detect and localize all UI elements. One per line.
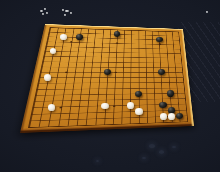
foreground-smudge bbox=[142, 157, 146, 160]
foreground-smudge bbox=[159, 150, 164, 154]
spare-white-stone bbox=[64, 14, 66, 16]
spare-white-stone bbox=[46, 12, 49, 14]
foreground-smudge bbox=[172, 146, 176, 149]
spare-white-stone bbox=[65, 10, 68, 13]
spare-white-stone bbox=[206, 11, 208, 13]
white-stone-N3 bbox=[135, 108, 142, 115]
hoshi-point bbox=[114, 71, 116, 73]
white-stone-C17 bbox=[60, 34, 66, 40]
black-stone-Q4 bbox=[159, 102, 166, 108]
hoshi-point bbox=[159, 43, 161, 44]
hoshi-point bbox=[65, 71, 68, 73]
foreground-smudge bbox=[96, 160, 99, 162]
white-stone-M4 bbox=[127, 102, 134, 108]
spare-white-stone bbox=[62, 9, 65, 11]
spare-white-stone bbox=[70, 12, 73, 14]
white-stone-B9 bbox=[44, 74, 51, 80]
white-stone-B14 bbox=[50, 48, 57, 54]
foreground-smudge bbox=[149, 144, 155, 148]
black-stone-J10 bbox=[104, 69, 111, 75]
hoshi-point bbox=[116, 42, 118, 43]
white-stone-C4 bbox=[48, 104, 55, 110]
spare-white-stone bbox=[42, 13, 44, 15]
go-scene bbox=[0, 0, 220, 172]
spare-white-stone bbox=[40, 10, 43, 12]
black-stone-R6 bbox=[167, 90, 174, 96]
black-stone-K18 bbox=[114, 31, 120, 37]
hoshi-point bbox=[112, 105, 115, 107]
hoshi-point bbox=[59, 106, 62, 108]
black-stone-Q17 bbox=[156, 37, 162, 43]
hoshi-point bbox=[70, 41, 73, 42]
black-stone-E17 bbox=[76, 34, 82, 40]
spare-white-stone bbox=[44, 8, 47, 10]
